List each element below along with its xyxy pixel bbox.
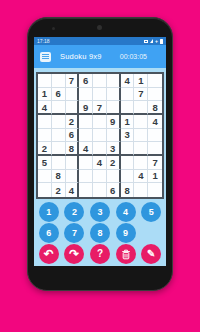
sudoku-cell-r6c5[interactable] xyxy=(93,142,107,156)
sudoku-cell-r1c7[interactable]: 4 xyxy=(121,74,135,88)
sudoku-cell-r7c3[interactable] xyxy=(66,156,80,170)
delete-button[interactable] xyxy=(116,244,136,264)
redo-button[interactable]: ↷ xyxy=(64,244,84,264)
sudoku-cell-r3c2[interactable] xyxy=(52,101,66,115)
sudoku-cell-r3c6[interactable] xyxy=(107,101,121,115)
sudoku-cell-r4c8[interactable] xyxy=(134,115,148,129)
number-button-6[interactable]: 6 xyxy=(39,223,59,243)
sudoku-cell-r6c2[interactable] xyxy=(52,142,66,156)
sudoku-cell-r6c8[interactable] xyxy=(134,142,148,156)
battery-icon xyxy=(160,39,163,44)
sudoku-cell-r3c7[interactable] xyxy=(121,101,135,115)
sudoku-cell-r8c9[interactable]: 1 xyxy=(148,170,162,184)
sudoku-cell-r7c9[interactable]: 7 xyxy=(148,156,162,170)
sudoku-cell-r4c9[interactable]: 4 xyxy=(148,115,162,129)
sudoku-cell-r5c5[interactable] xyxy=(93,129,107,143)
pink-background: 17:18 + Sudoku 9x9 00:03:05 764116749782… xyxy=(0,0,200,332)
sudoku-cell-r5c9[interactable] xyxy=(148,129,162,143)
action-row: ↶ ↷ ? xyxy=(36,244,164,264)
sudoku-cell-r7c7[interactable] xyxy=(121,156,135,170)
sudoku-cell-r1c4[interactable]: 6 xyxy=(79,74,93,88)
sudoku-cell-r7c1[interactable]: 5 xyxy=(38,156,52,170)
sudoku-cell-r4c3[interactable]: 2 xyxy=(66,115,80,129)
sudoku-cell-r6c7[interactable] xyxy=(121,142,135,156)
sudoku-cell-r1c2[interactable] xyxy=(52,74,66,88)
app-title: Sudoku 9x9 xyxy=(60,52,102,61)
phone-screen: 17:18 + Sudoku 9x9 00:03:05 764116749782… xyxy=(34,37,166,266)
sudoku-cell-r2c9[interactable] xyxy=(148,88,162,102)
pencil-icon: ✎ xyxy=(147,249,155,259)
sudoku-cell-r3c8[interactable] xyxy=(134,101,148,115)
cast-icon xyxy=(144,40,148,43)
sudoku-cell-r6c9[interactable] xyxy=(148,142,162,156)
sudoku-cell-r2c2[interactable]: 6 xyxy=(52,88,66,102)
sudoku-cell-r4c2[interactable] xyxy=(52,115,66,129)
sudoku-cell-r8c5[interactable] xyxy=(93,170,107,184)
sudoku-cell-r7c4[interactable] xyxy=(79,156,93,170)
number-button-2[interactable]: 2 xyxy=(64,202,84,222)
sudoku-cell-r2c3[interactable] xyxy=(66,88,80,102)
sudoku-cell-r6c3[interactable]: 8 xyxy=(66,142,80,156)
sudoku-cell-r9c9[interactable] xyxy=(148,183,162,197)
sudoku-cell-r2c6[interactable] xyxy=(107,88,121,102)
sudoku-cell-r4c6[interactable]: 9 xyxy=(107,115,121,129)
sudoku-cell-r2c5[interactable] xyxy=(93,88,107,102)
status-bar: 17:18 + xyxy=(34,37,166,45)
sudoku-cell-r8c3[interactable] xyxy=(66,170,80,184)
sudoku-cell-r8c1[interactable] xyxy=(38,170,52,184)
sudoku-cell-r1c3[interactable]: 7 xyxy=(66,74,80,88)
board-area: 76411674978291463284354278412468 12345 6… xyxy=(34,68,166,266)
sensor-dot xyxy=(52,27,55,30)
sudoku-cell-r5c1[interactable] xyxy=(38,129,52,143)
sudoku-cell-r1c5[interactable] xyxy=(93,74,107,88)
undo-button[interactable]: ↶ xyxy=(39,244,59,264)
sudoku-cell-r8c6[interactable] xyxy=(107,170,121,184)
sudoku-cell-r3c1[interactable]: 4 xyxy=(38,101,52,115)
sudoku-cell-r5c2[interactable] xyxy=(52,129,66,143)
sudoku-cell-r9c3[interactable]: 4 xyxy=(66,183,80,197)
sudoku-cell-r6c4[interactable]: 4 xyxy=(79,142,93,156)
menu-icon xyxy=(42,56,49,57)
undo-icon: ↶ xyxy=(44,248,54,260)
sudoku-cell-r9c4[interactable] xyxy=(79,183,93,197)
camera-dot xyxy=(97,25,102,30)
status-time: 17:18 xyxy=(37,37,50,45)
sudoku-cell-r3c5[interactable]: 7 xyxy=(93,101,107,115)
keypad-row-1: 12345 xyxy=(36,202,164,222)
help-button[interactable]: ? xyxy=(90,244,110,264)
sudoku-cell-r2c8[interactable]: 7 xyxy=(134,88,148,102)
redo-icon: ↷ xyxy=(69,248,79,260)
plus-icon: + xyxy=(155,39,158,44)
sudoku-cell-r1c8[interactable]: 1 xyxy=(134,74,148,88)
sudoku-cell-r5c3[interactable]: 6 xyxy=(66,129,80,143)
sudoku-grid: 76411674978291463284354278412468 xyxy=(36,72,164,199)
trash-icon xyxy=(121,249,131,260)
sudoku-cell-r5c6[interactable] xyxy=(107,129,121,143)
number-button-3[interactable]: 3 xyxy=(90,202,110,222)
sudoku-cell-r3c9[interactable]: 8 xyxy=(148,101,162,115)
sudoku-cell-r9c5[interactable] xyxy=(93,183,107,197)
status-icons: + xyxy=(144,39,163,44)
sudoku-cell-r2c1[interactable]: 1 xyxy=(38,88,52,102)
sudoku-cell-r4c7[interactable]: 1 xyxy=(121,115,135,129)
sudoku-cell-r1c9[interactable] xyxy=(148,74,162,88)
number-button-7[interactable]: 7 xyxy=(64,223,84,243)
sudoku-cell-r9c2[interactable]: 2 xyxy=(52,183,66,197)
number-button-5[interactable]: 5 xyxy=(141,202,161,222)
sudoku-cell-r4c1[interactable] xyxy=(38,115,52,129)
sudoku-cell-r5c7[interactable]: 3 xyxy=(121,129,135,143)
number-button-1[interactable]: 1 xyxy=(39,202,59,222)
sudoku-cell-r6c6[interactable]: 3 xyxy=(107,142,121,156)
sudoku-cell-r3c3[interactable] xyxy=(66,101,80,115)
sudoku-cell-r2c7[interactable] xyxy=(121,88,135,102)
sudoku-cell-r1c6[interactable] xyxy=(107,74,121,88)
number-button-9[interactable]: 9 xyxy=(116,223,136,243)
sudoku-cell-r3c4[interactable]: 9 xyxy=(79,101,93,115)
sudoku-cell-r4c4[interactable] xyxy=(79,115,93,129)
sudoku-cell-r5c8[interactable] xyxy=(134,129,148,143)
number-button-8[interactable]: 8 xyxy=(90,223,110,243)
sudoku-cell-r8c8[interactable]: 4 xyxy=(134,170,148,184)
sudoku-cell-r8c4[interactable] xyxy=(79,170,93,184)
sudoku-cell-r8c2[interactable]: 8 xyxy=(52,170,66,184)
sudoku-cell-r9c8[interactable] xyxy=(134,183,148,197)
sudoku-cell-r1c1[interactable] xyxy=(38,74,52,88)
edit-button[interactable]: ✎ xyxy=(141,244,161,264)
sudoku-cell-r7c2[interactable] xyxy=(52,156,66,170)
sudoku-cell-r7c8[interactable] xyxy=(134,156,148,170)
sudoku-cell-r6c1[interactable]: 2 xyxy=(38,142,52,156)
number-button-4[interactable]: 4 xyxy=(116,202,136,222)
game-timer: 00:03:05 xyxy=(120,53,147,60)
phone-body: 17:18 + Sudoku 9x9 00:03:05 764116749782… xyxy=(27,17,173,291)
sudoku-cell-r9c1[interactable] xyxy=(38,183,52,197)
app-bar: Sudoku 9x9 00:03:05 xyxy=(34,45,166,68)
sudoku-cell-r8c7[interactable] xyxy=(121,170,135,184)
sudoku-cell-r9c7[interactable]: 8 xyxy=(121,183,135,197)
sudoku-cell-r7c6[interactable]: 2 xyxy=(107,156,121,170)
keypad-row-2: 6789 xyxy=(36,223,164,243)
sudoku-cell-r9c6[interactable]: 6 xyxy=(107,183,121,197)
sudoku-cell-r7c5[interactable]: 4 xyxy=(93,156,107,170)
sudoku-cell-r4c5[interactable] xyxy=(93,115,107,129)
help-icon: ? xyxy=(97,249,103,259)
signal-icon xyxy=(150,39,153,43)
menu-button[interactable] xyxy=(40,52,51,62)
sudoku-cell-r2c4[interactable] xyxy=(79,88,93,102)
sudoku-cell-r5c4[interactable] xyxy=(79,129,93,143)
